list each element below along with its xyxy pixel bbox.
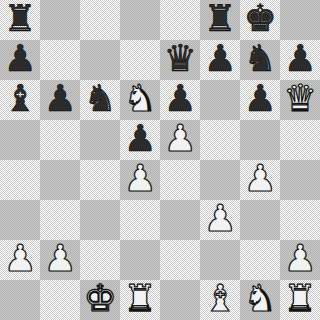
square-h7[interactable]: ♟: [280, 40, 320, 80]
piece-black-pawn[interactable]: ♟: [123, 120, 156, 159]
piece-white-pawn[interactable]: ♟: [203, 200, 236, 239]
square-d6[interactable]: ♞: [120, 80, 160, 120]
square-a2[interactable]: ♟: [0, 240, 40, 280]
piece-white-queen[interactable]: ♛: [283, 80, 316, 119]
square-c2[interactable]: [80, 240, 120, 280]
square-b7[interactable]: [40, 40, 80, 80]
piece-black-queen[interactable]: ♛: [163, 40, 196, 79]
square-b5[interactable]: [40, 120, 80, 160]
square-h5[interactable]: [280, 120, 320, 160]
square-b1[interactable]: [40, 280, 80, 320]
piece-white-pawn[interactable]: ♟: [243, 160, 276, 199]
square-a7[interactable]: ♟: [0, 40, 40, 80]
square-e2[interactable]: [160, 240, 200, 280]
square-g8[interactable]: ♚: [240, 0, 280, 40]
piece-black-rook[interactable]: ♜: [203, 0, 236, 39]
square-g4[interactable]: ♟: [240, 160, 280, 200]
square-h6[interactable]: ♛: [280, 80, 320, 120]
piece-white-rook[interactable]: ♜: [283, 280, 316, 319]
piece-black-pawn[interactable]: ♟: [283, 40, 316, 79]
square-d3[interactable]: [120, 200, 160, 240]
chess-board: ♜♜♚♟♛♟♞♟♝♟♞♞♟♟♛♟♟♟♟♟♟♟♟♚♜♝♞♜: [0, 0, 320, 320]
square-c8[interactable]: [80, 0, 120, 40]
piece-black-knight[interactable]: ♞: [243, 40, 276, 79]
square-c3[interactable]: [80, 200, 120, 240]
square-a1[interactable]: [0, 280, 40, 320]
piece-white-knight[interactable]: ♞: [243, 280, 276, 319]
square-d2[interactable]: [120, 240, 160, 280]
square-a5[interactable]: [0, 120, 40, 160]
square-b3[interactable]: [40, 200, 80, 240]
square-f6[interactable]: [200, 80, 240, 120]
square-g5[interactable]: [240, 120, 280, 160]
square-c7[interactable]: [80, 40, 120, 80]
piece-black-pawn[interactable]: ♟: [203, 40, 236, 79]
piece-white-pawn[interactable]: ♟: [43, 240, 76, 279]
square-g2[interactable]: [240, 240, 280, 280]
square-g3[interactable]: [240, 200, 280, 240]
square-a3[interactable]: [0, 200, 40, 240]
square-h1[interactable]: ♜: [280, 280, 320, 320]
square-f3[interactable]: ♟: [200, 200, 240, 240]
piece-black-bishop[interactable]: ♝: [3, 80, 36, 119]
square-d8[interactable]: [120, 0, 160, 40]
square-e6[interactable]: ♟: [160, 80, 200, 120]
square-a4[interactable]: [0, 160, 40, 200]
piece-white-pawn[interactable]: ♟: [283, 240, 316, 279]
square-c6[interactable]: ♞: [80, 80, 120, 120]
square-c4[interactable]: [80, 160, 120, 200]
piece-black-pawn[interactable]: ♟: [243, 80, 276, 119]
square-f4[interactable]: [200, 160, 240, 200]
square-a8[interactable]: ♜: [0, 0, 40, 40]
square-e5[interactable]: ♟: [160, 120, 200, 160]
square-e1[interactable]: [160, 280, 200, 320]
square-b4[interactable]: [40, 160, 80, 200]
square-c1[interactable]: ♚: [80, 280, 120, 320]
piece-white-bishop[interactable]: ♝: [203, 280, 236, 319]
square-e4[interactable]: [160, 160, 200, 200]
piece-white-king[interactable]: ♚: [83, 280, 116, 319]
square-f7[interactable]: ♟: [200, 40, 240, 80]
piece-white-pawn[interactable]: ♟: [123, 160, 156, 199]
square-b6[interactable]: ♟: [40, 80, 80, 120]
square-c5[interactable]: [80, 120, 120, 160]
square-f5[interactable]: [200, 120, 240, 160]
piece-black-king[interactable]: ♚: [243, 0, 276, 39]
square-a6[interactable]: ♝: [0, 80, 40, 120]
piece-white-knight[interactable]: ♞: [123, 80, 156, 119]
square-h4[interactable]: [280, 160, 320, 200]
piece-black-pawn[interactable]: ♟: [43, 80, 76, 119]
square-e7[interactable]: ♛: [160, 40, 200, 80]
square-f8[interactable]: ♜: [200, 0, 240, 40]
piece-white-pawn[interactable]: ♟: [163, 120, 196, 159]
piece-white-pawn[interactable]: ♟: [3, 240, 36, 279]
piece-black-knight[interactable]: ♞: [83, 80, 116, 119]
square-e3[interactable]: [160, 200, 200, 240]
square-g1[interactable]: ♞: [240, 280, 280, 320]
square-b2[interactable]: ♟: [40, 240, 80, 280]
square-d7[interactable]: [120, 40, 160, 80]
piece-white-rook[interactable]: ♜: [123, 280, 156, 319]
square-h2[interactable]: ♟: [280, 240, 320, 280]
piece-black-pawn[interactable]: ♟: [3, 40, 36, 79]
square-e8[interactable]: [160, 0, 200, 40]
square-f1[interactable]: ♝: [200, 280, 240, 320]
square-d4[interactable]: ♟: [120, 160, 160, 200]
square-h3[interactable]: [280, 200, 320, 240]
square-b8[interactable]: [40, 0, 80, 40]
square-f2[interactable]: [200, 240, 240, 280]
piece-black-rook[interactable]: ♜: [3, 0, 36, 39]
square-d5[interactable]: ♟: [120, 120, 160, 160]
square-h8[interactable]: [280, 0, 320, 40]
square-d1[interactable]: ♜: [120, 280, 160, 320]
square-g6[interactable]: ♟: [240, 80, 280, 120]
square-g7[interactable]: ♞: [240, 40, 280, 80]
piece-black-pawn[interactable]: ♟: [163, 80, 196, 119]
